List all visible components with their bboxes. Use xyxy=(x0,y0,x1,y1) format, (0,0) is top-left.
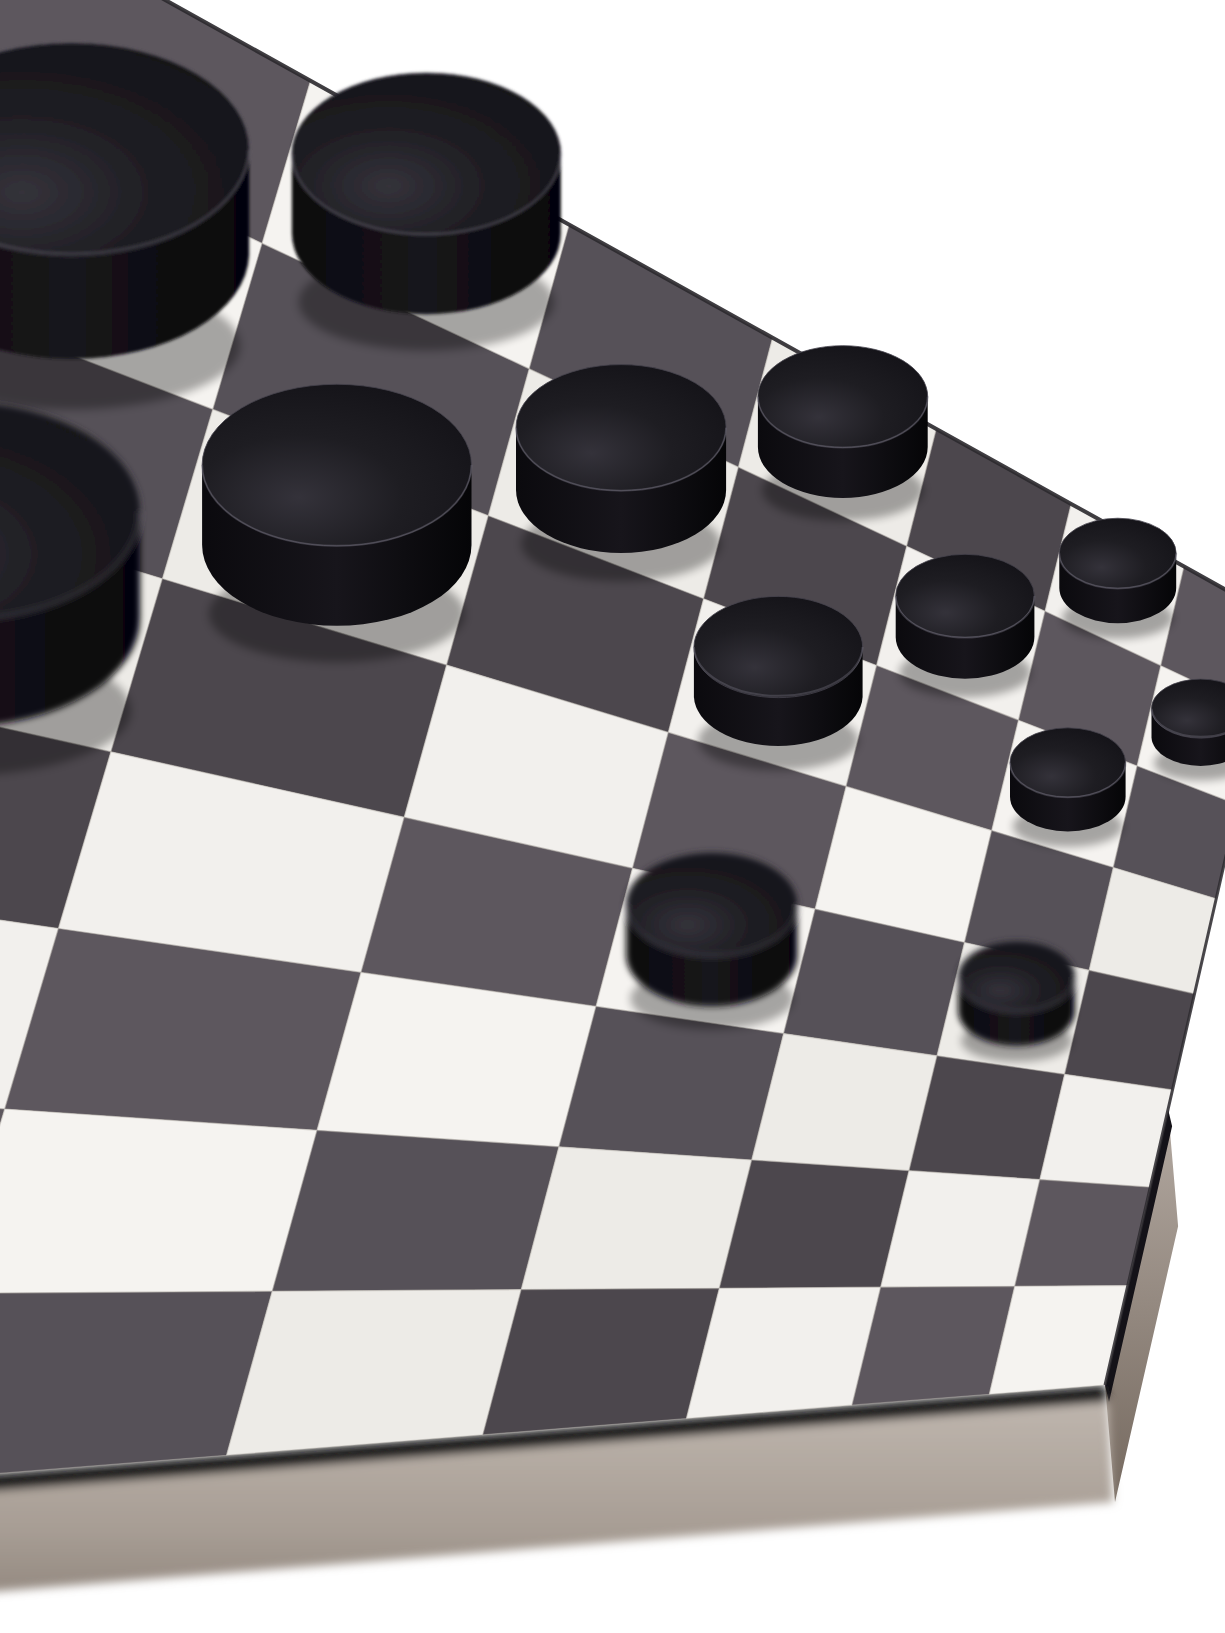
checker-piece-c5r1[interactable] xyxy=(896,554,1035,678)
checker-piece-c6r0[interactable] xyxy=(1059,518,1176,623)
board-square-c5r5[interactable] xyxy=(752,1034,937,1171)
checker-piece-c2r2[interactable] xyxy=(202,384,471,625)
board-square-c6r7[interactable] xyxy=(852,1286,1015,1405)
board-square-c4r5[interactable] xyxy=(559,1006,784,1160)
checker-piece-c7r1[interactable] xyxy=(1151,679,1225,766)
board-square-c6r5[interactable] xyxy=(909,1056,1065,1180)
checkers-board-scene xyxy=(0,0,1225,1633)
board-square-c5r7[interactable] xyxy=(686,1287,880,1418)
board-square-c5r6[interactable] xyxy=(719,1160,909,1288)
checker-piece-c2r0[interactable] xyxy=(292,73,561,314)
board-square-c3r6[interactable] xyxy=(272,1130,559,1291)
product-photo-stage xyxy=(0,0,1225,1633)
board-square-c6r6[interactable] xyxy=(881,1171,1040,1288)
checker-piece-c6r2[interactable] xyxy=(1010,728,1126,832)
board-square-c4r6[interactable] xyxy=(521,1147,752,1290)
checker-piece-c4r0[interactable] xyxy=(758,346,928,498)
checker-piece-c4r2[interactable] xyxy=(694,596,863,746)
board-square-c4r7[interactable] xyxy=(483,1288,720,1435)
board-square-c3r7[interactable] xyxy=(227,1290,522,1456)
checker-piece-c3r1[interactable] xyxy=(516,365,726,553)
checker-piece-c6r4[interactable] xyxy=(958,941,1075,1046)
checker-piece-c4r4[interactable] xyxy=(626,853,797,1007)
checker-piece-c1r1[interactable] xyxy=(0,43,249,359)
board-square-c2r6[interactable] xyxy=(0,1109,317,1293)
